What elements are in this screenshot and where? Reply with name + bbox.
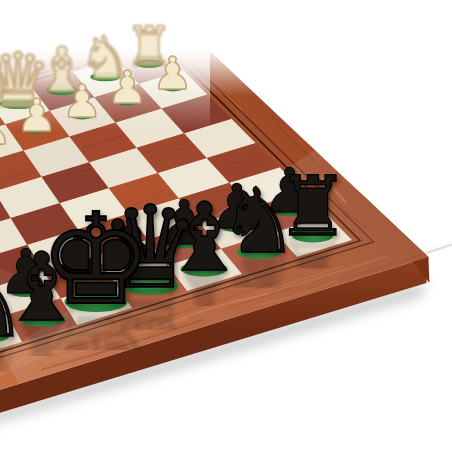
chess-photo: ♜♞♟♝♟♛♟♚♟♝♟♟♟♟♜♜♟♞♞♟♝♝♟♛♛♟♚♚♟♝♝♞♞♜♜ [0,0,452,452]
piece-black-knight-g8[interactable]: ♞ [0,261,28,351]
piece-white-pawn-d2[interactable]: ♟ [17,92,58,137]
piece-white-pawn-c2[interactable]: ♟ [62,79,103,124]
piece-white-pawn-e2[interactable]: ♟ [0,106,12,151]
piece-white-pawn-b2[interactable]: ♟ [107,65,148,110]
piece-white-pawn-a2[interactable]: ♟ [152,51,193,96]
